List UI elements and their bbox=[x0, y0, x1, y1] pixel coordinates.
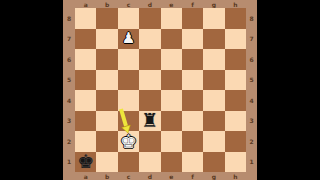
square-d3[interactable]: ♜ bbox=[139, 111, 160, 132]
white-pawn-piece[interactable]: ♟ bbox=[118, 29, 139, 50]
square-a1[interactable]: ♚ bbox=[75, 152, 96, 173]
square-f7[interactable] bbox=[182, 29, 203, 50]
square-a7[interactable] bbox=[75, 29, 96, 50]
file-label-top-a: a bbox=[75, 0, 96, 8]
black-rook-piece[interactable]: ♜ bbox=[139, 111, 160, 132]
square-c8[interactable] bbox=[118, 8, 139, 29]
rank-labels-left: 87654321 bbox=[63, 8, 75, 172]
rank-labels-right: 87654321 bbox=[246, 8, 257, 172]
square-e5[interactable] bbox=[161, 70, 182, 91]
square-b5[interactable] bbox=[96, 70, 117, 91]
rank-label-right-3: 3 bbox=[246, 111, 257, 132]
chess-board: abcdefgh abcdefgh 87654321 87654321 ♟♜♚♚ bbox=[63, 0, 257, 180]
square-g8[interactable] bbox=[203, 8, 224, 29]
square-g1[interactable] bbox=[203, 152, 224, 173]
square-c1[interactable] bbox=[118, 152, 139, 173]
file-label-top-b: b bbox=[96, 0, 117, 8]
rank-label-left-1: 1 bbox=[63, 152, 75, 173]
square-h4[interactable] bbox=[225, 90, 246, 111]
square-f1[interactable] bbox=[182, 152, 203, 173]
square-f6[interactable] bbox=[182, 49, 203, 70]
square-g3[interactable] bbox=[203, 111, 224, 132]
square-c3[interactable] bbox=[118, 111, 139, 132]
square-g4[interactable] bbox=[203, 90, 224, 111]
square-b2[interactable] bbox=[96, 131, 117, 152]
square-b4[interactable] bbox=[96, 90, 117, 111]
square-d6[interactable] bbox=[139, 49, 160, 70]
rank-label-left-7: 7 bbox=[63, 29, 75, 50]
rank-label-left-6: 6 bbox=[63, 49, 75, 70]
square-c5[interactable] bbox=[118, 70, 139, 91]
rank-label-left-3: 3 bbox=[63, 111, 75, 132]
square-c7[interactable]: ♟ bbox=[118, 29, 139, 50]
rank-label-right-5: 5 bbox=[246, 70, 257, 91]
file-label-bottom-h: h bbox=[225, 172, 246, 180]
file-label-bottom-g: g bbox=[203, 172, 224, 180]
rank-label-right-2: 2 bbox=[246, 131, 257, 152]
square-f5[interactable] bbox=[182, 70, 203, 91]
rank-label-right-7: 7 bbox=[246, 29, 257, 50]
square-b7[interactable] bbox=[96, 29, 117, 50]
rank-label-left-8: 8 bbox=[63, 8, 75, 29]
board-grid: ♟♜♚♚ bbox=[75, 8, 246, 172]
square-d8[interactable] bbox=[139, 8, 160, 29]
rank-label-left-2: 2 bbox=[63, 131, 75, 152]
file-labels-top: abcdefgh bbox=[75, 0, 246, 8]
square-a8[interactable] bbox=[75, 8, 96, 29]
square-c4[interactable] bbox=[118, 90, 139, 111]
square-g2[interactable] bbox=[203, 131, 224, 152]
square-a6[interactable] bbox=[75, 49, 96, 70]
square-d5[interactable] bbox=[139, 70, 160, 91]
rank-label-left-5: 5 bbox=[63, 70, 75, 91]
black-king-piece[interactable]: ♚ bbox=[75, 152, 96, 173]
square-b3[interactable] bbox=[96, 111, 117, 132]
file-label-top-c: c bbox=[118, 0, 139, 8]
square-h5[interactable] bbox=[225, 70, 246, 91]
rank-label-right-6: 6 bbox=[246, 49, 257, 70]
square-a2[interactable] bbox=[75, 131, 96, 152]
file-label-top-d: d bbox=[139, 0, 160, 8]
square-e8[interactable] bbox=[161, 8, 182, 29]
square-d7[interactable] bbox=[139, 29, 160, 50]
square-e3[interactable] bbox=[161, 111, 182, 132]
file-label-bottom-c: c bbox=[118, 172, 139, 180]
file-label-bottom-e: e bbox=[161, 172, 182, 180]
file-label-bottom-d: d bbox=[139, 172, 160, 180]
square-a5[interactable] bbox=[75, 70, 96, 91]
square-g7[interactable] bbox=[203, 29, 224, 50]
file-label-top-g: g bbox=[203, 0, 224, 8]
square-e2[interactable] bbox=[161, 131, 182, 152]
square-h1[interactable] bbox=[225, 152, 246, 173]
square-b6[interactable] bbox=[96, 49, 117, 70]
file-label-top-h: h bbox=[225, 0, 246, 8]
square-b8[interactable] bbox=[96, 8, 117, 29]
square-h8[interactable] bbox=[225, 8, 246, 29]
square-e1[interactable] bbox=[161, 152, 182, 173]
square-e6[interactable] bbox=[161, 49, 182, 70]
square-b1[interactable] bbox=[96, 152, 117, 173]
file-label-top-f: f bbox=[182, 0, 203, 8]
file-label-bottom-b: b bbox=[96, 172, 117, 180]
square-f4[interactable] bbox=[182, 90, 203, 111]
square-h6[interactable] bbox=[225, 49, 246, 70]
file-label-bottom-a: a bbox=[75, 172, 96, 180]
square-c6[interactable] bbox=[118, 49, 139, 70]
video-frame: abcdefgh abcdefgh 87654321 87654321 ♟♜♚♚ bbox=[0, 0, 320, 180]
square-d1[interactable] bbox=[139, 152, 160, 173]
square-f3[interactable] bbox=[182, 111, 203, 132]
rank-label-right-4: 4 bbox=[246, 90, 257, 111]
file-label-top-e: e bbox=[161, 0, 182, 8]
square-h7[interactable] bbox=[225, 29, 246, 50]
square-a4[interactable] bbox=[75, 90, 96, 111]
square-g6[interactable] bbox=[203, 49, 224, 70]
square-c2[interactable]: ♚ bbox=[118, 131, 139, 152]
square-d2[interactable] bbox=[139, 131, 160, 152]
square-e4[interactable] bbox=[161, 90, 182, 111]
square-a3[interactable] bbox=[75, 111, 96, 132]
square-d4[interactable] bbox=[139, 90, 160, 111]
square-h3[interactable] bbox=[225, 111, 246, 132]
square-f2[interactable] bbox=[182, 131, 203, 152]
rank-label-left-4: 4 bbox=[63, 90, 75, 111]
square-g5[interactable] bbox=[203, 70, 224, 91]
white-king-piece[interactable]: ♚ bbox=[118, 131, 139, 152]
square-e7[interactable] bbox=[161, 29, 182, 50]
square-h2[interactable] bbox=[225, 131, 246, 152]
file-label-bottom-f: f bbox=[182, 172, 203, 180]
rank-label-right-1: 1 bbox=[246, 152, 257, 173]
file-labels-bottom: abcdefgh bbox=[75, 172, 246, 180]
square-f8[interactable] bbox=[182, 8, 203, 29]
rank-label-right-8: 8 bbox=[246, 8, 257, 29]
